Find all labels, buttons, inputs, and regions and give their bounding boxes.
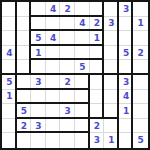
given-digit: 1 <box>94 34 100 43</box>
given-digit: 1 <box>108 136 114 145</box>
given-digit: 2 <box>65 5 71 14</box>
cell-r10c1[interactable] <box>2 133 17 148</box>
cell-r9c2[interactable]: 2 <box>17 119 32 134</box>
cell-r10c10[interactable]: 5 <box>133 133 148 148</box>
cell-r4c6[interactable] <box>75 46 90 61</box>
cell-r3c1[interactable] <box>2 31 17 46</box>
cell-r2c3[interactable] <box>31 17 46 32</box>
cell-r10c4[interactable] <box>46 133 61 148</box>
cell-r5c6[interactable]: 5 <box>75 60 90 75</box>
cell-r6c2[interactable] <box>17 75 32 90</box>
cell-r1c3[interactable] <box>31 2 46 17</box>
cell-r6c9[interactable]: 3 <box>119 75 134 90</box>
given-digit: 5 <box>21 107 27 116</box>
cell-r1c5[interactable]: 2 <box>60 2 75 17</box>
cell-r7c9[interactable]: 4 <box>119 90 134 105</box>
cell-r9c9[interactable] <box>119 119 134 134</box>
cell-r7c4[interactable] <box>46 90 61 105</box>
cell-r4c4[interactable] <box>46 46 61 61</box>
cell-r10c6[interactable] <box>75 133 90 148</box>
cell-r2c2[interactable] <box>17 17 32 32</box>
cell-r9c6[interactable] <box>75 119 90 134</box>
puzzle-page: 423423154141525532314531232315 <box>0 0 150 150</box>
cell-r8c4[interactable] <box>46 104 61 119</box>
cell-r8c8[interactable] <box>104 104 119 119</box>
cell-r1c7[interactable] <box>90 2 105 17</box>
given-digit: 3 <box>35 122 41 131</box>
cell-r10c8[interactable]: 1 <box>104 133 119 148</box>
cell-r1c1[interactable] <box>2 2 17 17</box>
cell-r3c7[interactable]: 1 <box>90 31 105 46</box>
cell-r3c3[interactable]: 5 <box>31 31 46 46</box>
cell-r5c8[interactable] <box>104 60 119 75</box>
cell-r8c6[interactable] <box>75 104 90 119</box>
cell-r4c5[interactable] <box>60 46 75 61</box>
cell-r9c5[interactable] <box>60 119 75 134</box>
cell-r5c5[interactable] <box>60 60 75 75</box>
cell-r10c2[interactable] <box>17 133 32 148</box>
cell-r8c7[interactable] <box>90 104 105 119</box>
given-digit: 4 <box>123 92 129 101</box>
cell-r7c10[interactable] <box>133 90 148 105</box>
given-digit: 3 <box>94 136 100 145</box>
cell-r4c10[interactable]: 2 <box>133 46 148 61</box>
given-digit: 5 <box>123 49 129 58</box>
cell-r5c1[interactable] <box>2 60 17 75</box>
cell-r1c8[interactable] <box>104 2 119 17</box>
cell-r1c9[interactable]: 3 <box>119 2 134 17</box>
cell-r3c8[interactable] <box>104 31 119 46</box>
cell-r3c10[interactable] <box>133 31 148 46</box>
given-digit: 2 <box>94 19 100 28</box>
cell-r8c10[interactable] <box>133 104 148 119</box>
cell-r8c3[interactable] <box>31 104 46 119</box>
given-digit: 3 <box>65 107 71 116</box>
cell-r1c6[interactable] <box>75 2 90 17</box>
cell-r4c9[interactable]: 5 <box>119 46 134 61</box>
cell-r4c1[interactable]: 4 <box>2 46 17 61</box>
cell-r6c8[interactable] <box>104 75 119 90</box>
cell-r2c10[interactable]: 1 <box>133 17 148 32</box>
cell-r7c1[interactable]: 1 <box>2 90 17 105</box>
cell-r3c2[interactable] <box>17 31 32 46</box>
given-digit: 1 <box>138 19 144 28</box>
cell-r5c9[interactable] <box>119 60 134 75</box>
cell-r3c4[interactable]: 4 <box>46 31 61 46</box>
puzzle-board: 423423154141525532314531232315 <box>0 0 150 150</box>
cell-r5c2[interactable] <box>17 60 32 75</box>
cell-r8c1[interactable] <box>2 104 17 119</box>
cell-r5c10[interactable] <box>133 60 148 75</box>
cell-r9c1[interactable] <box>2 119 17 134</box>
cell-r7c2[interactable] <box>17 90 32 105</box>
cell-r2c4[interactable] <box>46 17 61 32</box>
cell-r9c8[interactable] <box>104 119 119 134</box>
cell-r7c7[interactable] <box>90 90 105 105</box>
given-digit: 5 <box>6 78 12 87</box>
cell-r2c5[interactable] <box>60 17 75 32</box>
cell-r2c1[interactable] <box>2 17 17 32</box>
cell-r6c1[interactable]: 5 <box>2 75 17 90</box>
given-digit: 2 <box>94 122 100 131</box>
cell-r10c7[interactable]: 3 <box>90 133 105 148</box>
cell-r7c8[interactable] <box>104 90 119 105</box>
cell-r2c9[interactable] <box>119 17 134 32</box>
cell-r3c5[interactable] <box>60 31 75 46</box>
given-digit: 3 <box>123 5 129 14</box>
cell-r5c7[interactable] <box>90 60 105 75</box>
cell-r8c9[interactable]: 1 <box>119 104 134 119</box>
given-digit: 4 <box>79 19 85 28</box>
cell-r6c6[interactable] <box>75 75 90 90</box>
cell-r2c6[interactable]: 4 <box>75 17 90 32</box>
given-digit: 3 <box>35 78 41 87</box>
given-digit: 4 <box>50 5 56 14</box>
cell-r10c9[interactable] <box>119 133 134 148</box>
cell-r7c5[interactable] <box>60 90 75 105</box>
cell-r7c3[interactable] <box>31 90 46 105</box>
cell-r10c5[interactable] <box>60 133 75 148</box>
cell-r4c2[interactable] <box>17 46 32 61</box>
cell-r4c7[interactable] <box>90 46 105 61</box>
cell-r4c3[interactable]: 1 <box>31 46 46 61</box>
given-digit: 5 <box>79 63 85 72</box>
given-digit: 5 <box>138 136 144 145</box>
cell-r6c7[interactable] <box>90 75 105 90</box>
cell-r9c7[interactable]: 2 <box>90 119 105 134</box>
given-digit: 2 <box>138 49 144 58</box>
given-digit: 2 <box>21 122 27 131</box>
cell-r9c4[interactable] <box>46 119 61 134</box>
cell-r6c3[interactable]: 3 <box>31 75 46 90</box>
given-digit: 2 <box>65 78 71 87</box>
given-digit: 3 <box>108 19 114 28</box>
cell-r9c3[interactable]: 3 <box>31 119 46 134</box>
cell-r6c10[interactable] <box>133 75 148 90</box>
cell-r9c10[interactable] <box>133 119 148 134</box>
given-digit: 4 <box>6 49 12 58</box>
cell-r3c9[interactable] <box>119 31 134 46</box>
cell-r3c6[interactable] <box>75 31 90 46</box>
cell-r7c6[interactable] <box>75 90 90 105</box>
given-digit: 1 <box>6 92 12 101</box>
given-digit: 1 <box>123 107 129 116</box>
cell-r6c5[interactable]: 2 <box>60 75 75 90</box>
given-digit: 3 <box>123 78 129 87</box>
cell-r1c2[interactable] <box>17 2 32 17</box>
cell-r10c3[interactable] <box>31 133 46 148</box>
cell-r1c10[interactable] <box>133 2 148 17</box>
cell-r6c4[interactable] <box>46 75 61 90</box>
given-digit: 5 <box>35 34 41 43</box>
cell-r8c5[interactable]: 3 <box>60 104 75 119</box>
cell-r4c8[interactable] <box>104 46 119 61</box>
given-digit: 4 <box>50 34 56 43</box>
cell-r2c7[interactable]: 2 <box>90 17 105 32</box>
cell-r2c8[interactable]: 3 <box>104 17 119 32</box>
cell-r1c4[interactable]: 4 <box>46 2 61 17</box>
cell-r8c2[interactable]: 5 <box>17 104 32 119</box>
cell-r5c3[interactable] <box>31 60 46 75</box>
cell-r5c4[interactable] <box>46 60 61 75</box>
given-digit: 1 <box>35 49 41 58</box>
